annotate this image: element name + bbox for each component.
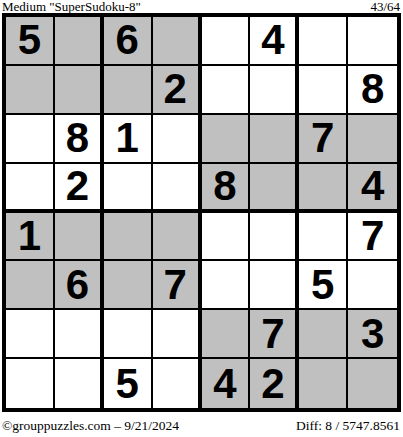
- cell-r7c5[interactable]: [202, 310, 251, 359]
- cell-r5c5[interactable]: [202, 213, 251, 262]
- cell-r7c8: 3: [348, 310, 397, 359]
- cell-r3c1[interactable]: [6, 115, 55, 164]
- puzzle-title: Medium "SuperSudoku-8": [2, 0, 141, 13]
- cell-r8c4[interactable]: [153, 359, 202, 408]
- cell-r1c6: 4: [250, 17, 299, 66]
- cell-r2c4: 2: [153, 66, 202, 115]
- empty-cell-counter: 43/64: [370, 0, 400, 13]
- cell-r1c4[interactable]: [153, 17, 202, 66]
- cell-r3c2: 8: [55, 115, 104, 164]
- cell-r1c2[interactable]: [55, 17, 104, 66]
- cell-r7c3[interactable]: [104, 310, 153, 359]
- cell-r4c8: 4: [348, 164, 397, 213]
- cell-r1c1: 5: [6, 17, 55, 66]
- cell-r6c7: 5: [299, 261, 348, 310]
- cell-r1c3: 6: [104, 17, 153, 66]
- cell-r5c7[interactable]: [299, 213, 348, 262]
- cell-r7c1[interactable]: [6, 310, 55, 359]
- cell-r8c6: 2: [250, 359, 299, 408]
- header: Medium "SuperSudoku-8" 43/64: [2, 0, 400, 13]
- cell-r5c6[interactable]: [250, 213, 299, 262]
- cell-r6c4: 7: [153, 261, 202, 310]
- cell-r4c6[interactable]: [250, 164, 299, 213]
- cell-r4c3[interactable]: [104, 164, 153, 213]
- cell-r1c7[interactable]: [299, 17, 348, 66]
- cell-r8c2[interactable]: [55, 359, 104, 408]
- cell-r3c5[interactable]: [202, 115, 251, 164]
- cell-r2c7[interactable]: [299, 66, 348, 115]
- cell-r6c8[interactable]: [348, 261, 397, 310]
- cell-r5c2[interactable]: [55, 213, 104, 262]
- cell-r6c2: 6: [55, 261, 104, 310]
- cell-r4c5: 8: [202, 164, 251, 213]
- cell-r8c8[interactable]: [348, 359, 397, 408]
- cell-r2c8: 8: [348, 66, 397, 115]
- cell-r2c6[interactable]: [250, 66, 299, 115]
- cell-r7c7[interactable]: [299, 310, 348, 359]
- footer: ©grouppuzzles.com – 9/21/2024 Diff: 8 / …: [2, 419, 400, 433]
- cell-r3c8[interactable]: [348, 115, 397, 164]
- cell-r1c8[interactable]: [348, 17, 397, 66]
- copyright-credit: ©grouppuzzles.com – 9/21/2024: [2, 419, 179, 433]
- cell-r2c5[interactable]: [202, 66, 251, 115]
- cell-r5c8: 7: [348, 213, 397, 262]
- difficulty-rating: Diff: 8 / 5747.8561: [296, 419, 400, 433]
- cell-r6c1[interactable]: [6, 261, 55, 310]
- cell-r2c3[interactable]: [104, 66, 153, 115]
- cell-r6c3[interactable]: [104, 261, 153, 310]
- cell-r8c3: 5: [104, 359, 153, 408]
- cell-r5c1: 1: [6, 213, 55, 262]
- cell-r7c2[interactable]: [55, 310, 104, 359]
- puzzle-page: Medium "SuperSudoku-8" 43/64 56428817284…: [0, 0, 403, 437]
- cell-r2c1[interactable]: [6, 66, 55, 115]
- sudoku-grid: 564288172841767573542: [2, 13, 401, 412]
- cell-r5c4[interactable]: [153, 213, 202, 262]
- cell-r4c2: 2: [55, 164, 104, 213]
- cell-r3c3: 1: [104, 115, 153, 164]
- cell-r7c4[interactable]: [153, 310, 202, 359]
- cell-r8c7[interactable]: [299, 359, 348, 408]
- cell-r2c2[interactable]: [55, 66, 104, 115]
- cell-r7c6: 7: [250, 310, 299, 359]
- cell-r6c6[interactable]: [250, 261, 299, 310]
- cell-r4c1[interactable]: [6, 164, 55, 213]
- cell-r8c5: 4: [202, 359, 251, 408]
- cell-r3c4[interactable]: [153, 115, 202, 164]
- cell-r3c6[interactable]: [250, 115, 299, 164]
- cell-r4c4[interactable]: [153, 164, 202, 213]
- cell-r5c3[interactable]: [104, 213, 153, 262]
- cell-r4c7[interactable]: [299, 164, 348, 213]
- cell-r6c5[interactable]: [202, 261, 251, 310]
- cell-r3c7: 7: [299, 115, 348, 164]
- cell-r8c1[interactable]: [6, 359, 55, 408]
- cell-r1c5[interactable]: [202, 17, 251, 66]
